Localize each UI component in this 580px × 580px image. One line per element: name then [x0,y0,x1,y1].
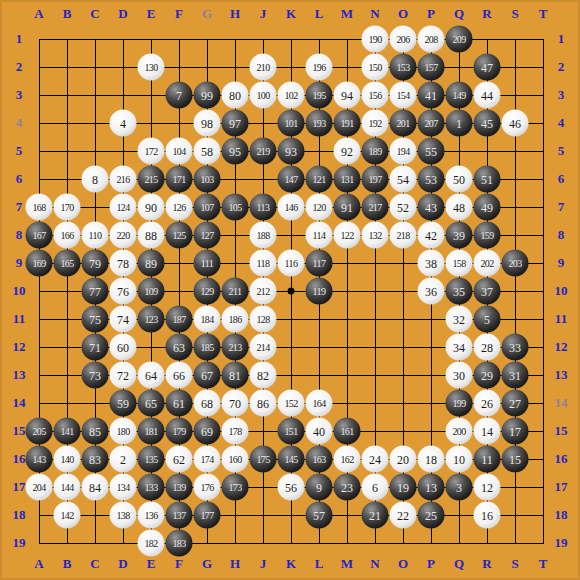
coord-label-right-5: 5 [558,143,565,159]
stone-Q10-move-35[interactable]: 35 [446,278,473,305]
move-number: 178 [228,426,241,436]
stone-A16-move-143[interactable]: 143 [26,446,53,473]
stone-G12-move-185[interactable]: 185 [194,334,221,361]
move-number: 158 [452,258,465,268]
move-number: 68 [201,397,213,409]
stone-N3-move-156[interactable]: 156 [362,82,389,109]
coord-label-top-B: B [63,6,72,22]
move-number: 91 [341,201,353,213]
move-number: 77 [89,285,101,297]
stone-K16-move-145[interactable]: 145 [278,446,305,473]
stone-Q15-move-200[interactable]: 200 [446,418,473,445]
stone-E10-move-109[interactable]: 109 [138,278,165,305]
stone-K6-move-147[interactable]: 147 [278,166,305,193]
move-number: 173 [228,482,241,492]
stone-O17-move-19[interactable]: 19 [390,474,417,501]
stone-L10-move-119[interactable]: 119 [306,278,333,305]
move-number: 130 [144,62,157,72]
move-number: 165 [60,258,73,268]
stone-E16-move-135[interactable]: 135 [138,446,165,473]
coord-label-top-D: D [118,6,127,22]
move-number: 139 [172,482,185,492]
stone-D8-move-220[interactable]: 220 [110,222,137,249]
grid-cell [375,263,403,291]
stone-C10-move-77[interactable]: 77 [82,278,109,305]
move-number: 179 [172,426,185,436]
stone-L17-move-9[interactable]: 9 [306,474,333,501]
coord-label-left-18: 18 [13,507,26,523]
stone-H15-move-178[interactable]: 178 [222,418,249,445]
stone-D16-move-2[interactable]: 2 [110,446,137,473]
stone-P3-move-41[interactable]: 41 [418,82,445,109]
stone-B8-move-166[interactable]: 166 [54,222,81,249]
coord-label-top-J: J [260,6,267,22]
move-number: 92 [341,145,353,157]
stone-F8-move-125[interactable]: 125 [166,222,193,249]
stone-D6-move-216[interactable]: 216 [110,166,137,193]
stone-L15-move-40[interactable]: 40 [306,418,333,445]
coord-label-top-T: T [539,6,548,22]
move-number: 194 [396,146,409,156]
move-number: 151 [284,426,297,436]
stone-K14-move-152[interactable]: 152 [278,390,305,417]
coord-label-right-2: 2 [558,59,565,75]
move-number: 190 [368,34,381,44]
stone-G16-move-174[interactable]: 174 [194,446,221,473]
stone-K3-move-102[interactable]: 102 [278,82,305,109]
stone-Q7-move-48[interactable]: 48 [446,194,473,221]
stone-R3-move-44[interactable]: 44 [474,82,501,109]
stone-C9-move-79[interactable]: 79 [82,250,109,277]
stone-P9-move-38[interactable]: 38 [418,250,445,277]
stone-G11-move-184[interactable]: 184 [194,306,221,333]
stone-F13-move-66[interactable]: 66 [166,362,193,389]
grid-cell [515,179,543,207]
stone-P1-move-208[interactable]: 208 [418,26,445,53]
stone-S16-move-15[interactable]: 15 [502,446,529,473]
move-number: 142 [60,510,73,520]
coord-label-top-F: F [175,6,183,22]
move-number: 61 [173,397,185,409]
move-number: 169 [32,258,45,268]
coord-label-right-13: 13 [555,367,568,383]
stone-J16-move-175[interactable]: 175 [250,446,277,473]
stone-D18-move-138[interactable]: 138 [110,502,137,529]
move-number: 102 [284,90,297,100]
stone-E14-move-65[interactable]: 65 [138,390,165,417]
move-number: 133 [144,482,157,492]
stone-C16-move-83[interactable]: 83 [82,446,109,473]
move-number: 205 [32,426,45,436]
stone-B15-move-141[interactable]: 141 [54,418,81,445]
stone-H17-move-173[interactable]: 173 [222,474,249,501]
coord-label-top-M: M [341,6,353,22]
stone-O7-move-52[interactable]: 52 [390,194,417,221]
move-number: 172 [144,146,157,156]
stone-S9-move-203[interactable]: 203 [502,250,529,277]
move-number: 146 [284,202,297,212]
stone-C11-move-75[interactable]: 75 [82,306,109,333]
move-number: 93 [285,145,297,157]
coord-label-left-3: 3 [16,87,23,103]
stone-Q1-move-209[interactable]: 209 [446,26,473,53]
stone-L7-move-120[interactable]: 120 [306,194,333,221]
stone-M15-move-161[interactable]: 161 [334,418,361,445]
stone-F14-move-61[interactable]: 61 [166,390,193,417]
stone-E15-move-181[interactable]: 181 [138,418,165,445]
move-number: 119 [313,286,326,296]
coord-label-bottom-K: K [286,556,296,572]
stone-K5-move-93[interactable]: 93 [278,138,305,165]
stone-M17-move-23[interactable]: 23 [334,474,361,501]
coord-label-left-4: 4 [16,115,23,131]
grid-cell [515,151,543,179]
stone-Q8-move-39[interactable]: 39 [446,222,473,249]
coord-label-right-7: 7 [558,199,565,215]
move-number: 86 [257,397,269,409]
stone-A17-move-204[interactable]: 204 [26,474,53,501]
stone-C8-move-110[interactable]: 110 [82,222,109,249]
stone-O5-move-194[interactable]: 194 [390,138,417,165]
stone-G14-move-68[interactable]: 68 [194,390,221,417]
stone-K15-move-151[interactable]: 151 [278,418,305,445]
stone-S13-move-31[interactable]: 31 [502,362,529,389]
move-number: 63 [173,341,185,353]
stone-H12-move-213[interactable]: 213 [222,334,249,361]
stone-P16-move-18[interactable]: 18 [418,446,445,473]
stone-G13-move-67[interactable]: 67 [194,362,221,389]
move-number: 81 [229,369,241,381]
stone-G15-move-69[interactable]: 69 [194,418,221,445]
stone-C15-move-85[interactable]: 85 [82,418,109,445]
stone-J3-move-100[interactable]: 100 [250,82,277,109]
stone-Q6-move-50[interactable]: 50 [446,166,473,193]
stone-O6-move-54[interactable]: 54 [390,166,417,193]
stone-Q9-move-158[interactable]: 158 [446,250,473,277]
stone-B7-move-170[interactable]: 170 [54,194,81,221]
stone-E8-move-88[interactable]: 88 [138,222,165,249]
stone-Q17-move-3[interactable]: 3 [446,474,473,501]
coord-label-bottom-R: R [482,556,491,572]
stone-R16-move-11[interactable]: 11 [474,446,501,473]
stone-L3-move-195[interactable]: 195 [306,82,333,109]
stone-F16-move-62[interactable]: 62 [166,446,193,473]
stone-N4-move-192[interactable]: 192 [362,110,389,137]
stone-J10-move-212[interactable]: 212 [250,278,277,305]
stone-J14-move-86[interactable]: 86 [250,390,277,417]
stone-J5-move-219[interactable]: 219 [250,138,277,165]
grid-cell [375,319,403,347]
move-number: 8 [92,173,98,185]
stone-F19-move-183[interactable]: 183 [166,530,193,557]
stone-F6-move-171[interactable]: 171 [166,166,193,193]
stone-L4-move-193[interactable]: 193 [306,110,333,137]
stone-H14-move-70[interactable]: 70 [222,390,249,417]
stone-Q14-move-199[interactable]: 199 [446,390,473,417]
stone-R17-move-12[interactable]: 12 [474,474,501,501]
move-number: 67 [201,369,213,381]
move-number: 88 [145,229,157,241]
stone-G17-move-176[interactable]: 176 [194,474,221,501]
stone-M3-move-94[interactable]: 94 [334,82,361,109]
stone-S14-move-27[interactable]: 27 [502,390,529,417]
stone-D4-move-4[interactable]: 4 [110,110,137,137]
coord-label-bottom-L: L [315,556,324,572]
stone-R8-move-159[interactable]: 159 [474,222,501,249]
stone-G9-move-111[interactable]: 111 [194,250,221,277]
coord-label-left-17: 17 [13,479,26,495]
stone-R15-move-14[interactable]: 14 [474,418,501,445]
stone-S15-move-17[interactable]: 17 [502,418,529,445]
stone-E11-move-123[interactable]: 123 [138,306,165,333]
stone-G18-move-177[interactable]: 177 [194,502,221,529]
stone-E2-move-130[interactable]: 130 [138,54,165,81]
stone-R13-move-29[interactable]: 29 [474,362,501,389]
stone-R18-move-16[interactable]: 16 [474,502,501,529]
stone-N8-move-132[interactable]: 132 [362,222,389,249]
stone-D10-move-76[interactable]: 76 [110,278,137,305]
stone-R10-move-37[interactable]: 37 [474,278,501,305]
move-number: 183 [172,538,185,548]
stone-H7-move-105[interactable]: 105 [222,194,249,221]
stone-D7-move-124[interactable]: 124 [110,194,137,221]
stone-A9-move-169[interactable]: 169 [26,250,53,277]
stone-N18-move-21[interactable]: 21 [362,502,389,529]
stone-C12-move-71[interactable]: 71 [82,334,109,361]
coord-label-bottom-M: M [341,556,353,572]
stone-L14-move-164[interactable]: 164 [306,390,333,417]
stone-N1-move-190[interactable]: 190 [362,26,389,53]
stone-G5-move-58[interactable]: 58 [194,138,221,165]
stone-D17-move-134[interactable]: 134 [110,474,137,501]
stone-E6-move-215[interactable]: 215 [138,166,165,193]
stone-N2-move-150[interactable]: 150 [362,54,389,81]
stone-K4-move-101[interactable]: 101 [278,110,305,137]
stone-L16-move-163[interactable]: 163 [306,446,333,473]
stone-F18-move-137[interactable]: 137 [166,502,193,529]
stone-M7-move-91[interactable]: 91 [334,194,361,221]
stone-D9-move-78[interactable]: 78 [110,250,137,277]
coord-label-bottom-Q: Q [454,556,464,572]
stone-H5-move-95[interactable]: 95 [222,138,249,165]
coord-label-top-S: S [511,6,518,22]
stone-F15-move-179[interactable]: 179 [166,418,193,445]
stone-H4-move-97[interactable]: 97 [222,110,249,137]
stone-L9-move-117[interactable]: 117 [306,250,333,277]
stone-G7-move-107[interactable]: 107 [194,194,221,221]
move-number: 163 [312,454,325,464]
stone-K9-move-116[interactable]: 116 [278,250,305,277]
stone-N6-move-197[interactable]: 197 [362,166,389,193]
stone-P4-move-207[interactable]: 207 [418,110,445,137]
stone-H3-move-80[interactable]: 80 [222,82,249,109]
stone-B17-move-144[interactable]: 144 [54,474,81,501]
move-number: 71 [89,341,101,353]
stone-R2-move-47[interactable]: 47 [474,54,501,81]
stone-M6-move-131[interactable]: 131 [334,166,361,193]
coord-label-top-N: N [370,6,379,22]
stone-P5-move-55[interactable]: 55 [418,138,445,165]
grid-cell [347,347,375,375]
stone-P6-move-53[interactable]: 53 [418,166,445,193]
stone-N7-move-217[interactable]: 217 [362,194,389,221]
stone-D15-move-180[interactable]: 180 [110,418,137,445]
stone-L6-move-121[interactable]: 121 [306,166,333,193]
stone-J2-move-210[interactable]: 210 [250,54,277,81]
stone-D11-move-74[interactable]: 74 [110,306,137,333]
stone-F3-move-7[interactable]: 7 [166,82,193,109]
move-number: 56 [285,481,297,493]
stone-R4-move-45[interactable]: 45 [474,110,501,137]
star-point-K10 [288,288,295,295]
stone-O8-move-218[interactable]: 218 [390,222,417,249]
grid-cell [515,487,543,515]
stone-N16-move-24[interactable]: 24 [362,446,389,473]
stone-E18-move-136[interactable]: 136 [138,502,165,529]
stone-Q11-move-32[interactable]: 32 [446,306,473,333]
stone-Q16-move-10[interactable]: 10 [446,446,473,473]
move-number: 45 [481,117,493,129]
stone-H13-move-81[interactable]: 81 [222,362,249,389]
stone-O4-move-201[interactable]: 201 [390,110,417,137]
stone-M16-move-162[interactable]: 162 [334,446,361,473]
stone-J8-move-188[interactable]: 188 [250,222,277,249]
stone-F5-move-104[interactable]: 104 [166,138,193,165]
move-number: 168 [32,202,45,212]
stone-H10-move-211[interactable]: 211 [222,278,249,305]
stone-Q12-move-34[interactable]: 34 [446,334,473,361]
move-number: 215 [144,174,157,184]
stone-B16-move-140[interactable]: 140 [54,446,81,473]
move-number: 180 [116,426,129,436]
stone-E7-move-90[interactable]: 90 [138,194,165,221]
stone-E19-move-182[interactable]: 182 [138,530,165,557]
stone-K17-move-56[interactable]: 56 [278,474,305,501]
stone-R9-move-202[interactable]: 202 [474,250,501,277]
stone-F12-move-63[interactable]: 63 [166,334,193,361]
stone-R6-move-51[interactable]: 51 [474,166,501,193]
stone-C6-move-8[interactable]: 8 [82,166,109,193]
stone-L18-move-57[interactable]: 57 [306,502,333,529]
stone-M8-move-122[interactable]: 122 [334,222,361,249]
stone-K7-move-146[interactable]: 146 [278,194,305,221]
move-number: 26 [481,397,493,409]
stone-D14-move-59[interactable]: 59 [110,390,137,417]
stone-O3-move-154[interactable]: 154 [390,82,417,109]
move-number: 55 [425,145,437,157]
stone-C17-move-84[interactable]: 84 [82,474,109,501]
stone-D13-move-72[interactable]: 72 [110,362,137,389]
stone-H16-move-160[interactable]: 160 [222,446,249,473]
move-number: 35 [453,285,465,297]
stone-O1-move-206[interactable]: 206 [390,26,417,53]
stone-R12-move-28[interactable]: 28 [474,334,501,361]
move-number: 154 [396,90,409,100]
move-number: 210 [256,62,269,72]
stone-B18-move-142[interactable]: 142 [54,502,81,529]
stone-J9-move-118[interactable]: 118 [250,250,277,277]
stone-G6-move-103[interactable]: 103 [194,166,221,193]
stone-S12-move-33[interactable]: 33 [502,334,529,361]
move-number: 134 [116,482,129,492]
go-board[interactable]: AABBCCDDEEFFGGHHJJKKLLMMNNOOPPQQRRSSTT11… [0,0,580,580]
stone-A7-move-168[interactable]: 168 [26,194,53,221]
stone-A8-move-167[interactable]: 167 [26,222,53,249]
grid-cell [515,67,543,95]
stone-S4-move-46[interactable]: 46 [502,110,529,137]
move-number: 109 [144,286,157,296]
stone-F11-move-187[interactable]: 187 [166,306,193,333]
move-number: 30 [453,369,465,381]
stone-E5-move-172[interactable]: 172 [138,138,165,165]
stone-N5-move-189[interactable]: 189 [362,138,389,165]
move-number: 176 [200,482,213,492]
stone-J7-move-113[interactable]: 113 [250,194,277,221]
stone-P2-move-157[interactable]: 157 [418,54,445,81]
stone-O2-move-153[interactable]: 153 [390,54,417,81]
move-number: 135 [144,454,157,464]
move-number: 90 [145,201,157,213]
stone-G10-move-129[interactable]: 129 [194,278,221,305]
stone-M4-move-191[interactable]: 191 [334,110,361,137]
stone-P10-move-36[interactable]: 36 [418,278,445,305]
move-number: 113 [257,202,270,212]
coord-label-right-12: 12 [555,339,568,355]
stone-M5-move-92[interactable]: 92 [334,138,361,165]
stone-P18-move-25[interactable]: 25 [418,502,445,529]
stone-L8-move-114[interactable]: 114 [306,222,333,249]
move-number: 159 [480,230,493,240]
stone-D12-move-60[interactable]: 60 [110,334,137,361]
stone-R7-move-49[interactable]: 49 [474,194,501,221]
stone-F7-move-126[interactable]: 126 [166,194,193,221]
stone-Q4-move-1[interactable]: 1 [446,110,473,137]
stone-R14-move-26[interactable]: 26 [474,390,501,417]
stone-G3-move-99[interactable]: 99 [194,82,221,109]
stone-N17-move-6[interactable]: 6 [362,474,389,501]
stone-C13-move-73[interactable]: 73 [82,362,109,389]
move-number: 195 [312,90,325,100]
stone-B9-move-165[interactable]: 165 [54,250,81,277]
stone-H11-move-186[interactable]: 186 [222,306,249,333]
coord-label-right-10: 10 [555,283,568,299]
stone-G4-move-98[interactable]: 98 [194,110,221,137]
stone-L2-move-196[interactable]: 196 [306,54,333,81]
move-number: 201 [396,118,409,128]
move-number: 22 [397,509,409,521]
stone-Q3-move-149[interactable]: 149 [446,82,473,109]
stone-R11-move-5[interactable]: 5 [474,306,501,333]
stone-P7-move-43[interactable]: 43 [418,194,445,221]
stone-O16-move-20[interactable]: 20 [390,446,417,473]
stone-J11-move-128[interactable]: 128 [250,306,277,333]
stone-J12-move-214[interactable]: 214 [250,334,277,361]
stone-J13-move-82[interactable]: 82 [250,362,277,389]
stone-P17-move-13[interactable]: 13 [418,474,445,501]
stone-E13-move-64[interactable]: 64 [138,362,165,389]
stone-A15-move-205[interactable]: 205 [26,418,53,445]
stone-E9-move-89[interactable]: 89 [138,250,165,277]
grid-cell [67,95,95,123]
stone-P8-move-42[interactable]: 42 [418,222,445,249]
move-number: 164 [312,398,325,408]
grid-cell [67,39,95,67]
stone-F17-move-139[interactable]: 139 [166,474,193,501]
stone-E17-move-133[interactable]: 133 [138,474,165,501]
stone-G8-move-127[interactable]: 127 [194,222,221,249]
stone-O18-move-22[interactable]: 22 [390,502,417,529]
stone-Q13-move-30[interactable]: 30 [446,362,473,389]
